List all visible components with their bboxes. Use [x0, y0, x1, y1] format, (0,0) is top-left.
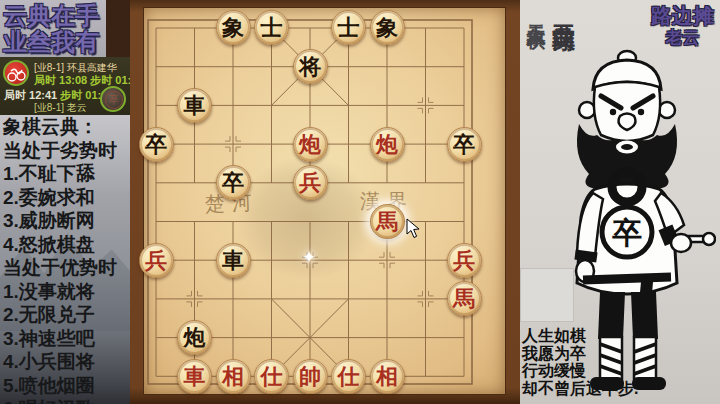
piece-red-i7[interactable]: 馬	[447, 281, 482, 316]
piece-black-c0[interactable]: 象	[216, 10, 251, 45]
mouth-inner	[621, 144, 633, 150]
piece-red-c9[interactable]: 相	[216, 359, 251, 394]
club-pommel	[703, 233, 715, 245]
piece-black-b8[interactable]: 炮	[177, 320, 212, 355]
banner: 云典在手 业叁我有	[0, 0, 106, 57]
watermark-line-2: 老云	[651, 28, 714, 47]
piece-red-g9[interactable]: 相	[370, 359, 405, 394]
left-sidebar: 云典在手 业叁我有 [业8-1] 环县高建华 局时 13:08 步时 01:30…	[0, 0, 130, 404]
caption-line: 却不曾后退半步.	[522, 380, 638, 398]
sparkle-effect: ✦	[302, 247, 316, 268]
piece-red-d9[interactable]: 仕	[254, 359, 289, 394]
stream-frame: 云典在手 业叁我有 [业8-1] 环县高建华 局时 13:08 步时 01:30…	[0, 0, 720, 404]
pawn-coin-icon: 卒	[105, 91, 123, 109]
tip-line: 当处于劣势时	[0, 139, 130, 163]
tip-line: 3.威胁断网	[0, 209, 130, 233]
vertical-title-inner: 业三守门员	[549, 6, 580, 11]
chest-emblem-glyph: 卒	[612, 216, 642, 249]
piece-black-c6[interactable]: 車	[216, 243, 251, 278]
vertical-title-outer: 天天象棋	[523, 9, 549, 17]
banner-line-2: 业叁我有	[3, 29, 106, 55]
tip-line: 4.怒掀棋盘	[0, 233, 130, 257]
piece-red-a6[interactable]: 兵	[139, 243, 174, 278]
bottom-player-game-time: 局时 12:41	[4, 89, 57, 101]
tips-list: 象棋云典： 当处于劣势时1.不耻下舔2.委婉求和3.威胁断网4.怒掀棋盘当处于优…	[0, 115, 130, 404]
caption-line: 行动缓慢	[522, 362, 638, 380]
avatar-bottom-player: 卒	[100, 86, 126, 112]
piece-black-f0[interactable]: 士	[331, 10, 366, 45]
piece-red-b9[interactable]: 車	[177, 359, 212, 394]
tip-line: 当处于优势时	[0, 256, 130, 280]
right-eye	[638, 109, 644, 115]
overlay-box	[520, 268, 574, 322]
tip-line: 2.无限兑子	[0, 303, 130, 327]
right-ear	[659, 102, 675, 118]
left-ear	[579, 102, 595, 118]
tip-line: 2.委婉求和	[0, 186, 130, 210]
piece-black-d0[interactable]: 士	[254, 10, 289, 45]
piece-red-f9[interactable]: 仕	[331, 359, 366, 394]
piece-black-e1[interactable]: 将	[293, 49, 328, 84]
nose	[619, 114, 636, 131]
watermark-line-1: 路边摊	[651, 4, 714, 28]
tip-line: 4.小兵围将	[0, 350, 130, 374]
right-fist	[671, 234, 691, 252]
piece-black-i3[interactable]: 卒	[447, 127, 482, 162]
face	[594, 82, 660, 141]
right-panel: 天天象棋 业三守门员 路边摊 老云	[520, 0, 720, 404]
piece-grid: 象士士象将車卒炮炮卒卒兵馬兵車兵馬炮車相仕帥仕相	[137, 9, 484, 396]
stream-watermark: 路边摊 老云	[651, 4, 714, 47]
banner-line-1: 云典在手	[3, 3, 106, 29]
piece-red-g3[interactable]: 炮	[370, 127, 405, 162]
bottom-player-name: [业8-1] 老云	[34, 101, 87, 115]
piece-red-e4[interactable]: 兵	[293, 165, 328, 200]
tip-line: 1.没事就将	[0, 280, 130, 304]
caption-quote: 人生如棋我愿为卒行动缓慢却不曾后退半步.	[522, 327, 638, 397]
caption-line: 我愿为卒	[522, 345, 638, 363]
tip-line: 6.唱好汉歌	[0, 397, 130, 404]
tips-title: 象棋云典：	[0, 115, 130, 139]
tip-line: 3.神速些吧	[0, 327, 130, 351]
player-info-panel: [业8-1] 环县高建华 局时 13:08 步时 01:30 局时 12:41 …	[0, 57, 130, 115]
xiangqi-board[interactable]: 楚河 漢界 象士士象将車卒炮炮卒卒兵馬兵車兵馬炮車相仕帥仕相 ✦	[130, 0, 520, 404]
piece-red-e3[interactable]: 炮	[293, 127, 328, 162]
piece-black-b2[interactable]: 車	[177, 88, 212, 123]
piece-black-g0[interactable]: 象	[370, 10, 405, 45]
left-eye	[610, 109, 616, 115]
tip-line: 5.喷他烟圈	[0, 374, 130, 398]
caption-line: 人生如棋	[522, 327, 638, 345]
piece-black-c4[interactable]: 卒	[216, 165, 251, 200]
tip-line: 1.不耻下舔	[0, 162, 130, 186]
top-player-game-time: 局时 13:08	[34, 74, 87, 86]
mouse-cursor	[406, 218, 421, 239]
piece-red-e9[interactable]: 帥	[293, 359, 328, 394]
piece-red-i6[interactable]: 兵	[447, 243, 482, 278]
piece-red-g5[interactable]: 馬	[370, 204, 405, 239]
piece-black-a3[interactable]: 卒	[139, 127, 174, 162]
bicycle-logo-icon	[5, 62, 27, 84]
avatar-top-player	[3, 60, 29, 86]
